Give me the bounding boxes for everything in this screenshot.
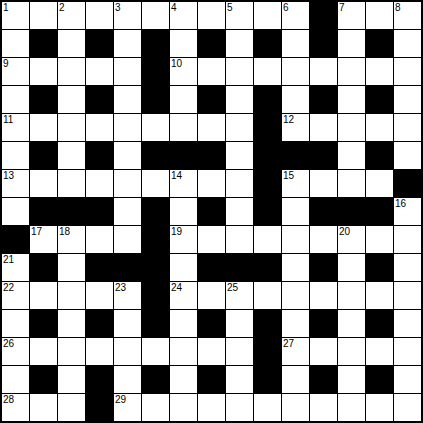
cell-r6c1[interactable] [30,170,57,197]
cell-r4c1[interactable] [30,114,57,141]
cell-r8c9[interactable] [254,226,281,253]
cell-r8c1[interactable]: 17 [30,226,57,253]
cell-r6c5[interactable] [142,170,169,197]
cell-r4c12[interactable] [338,114,365,141]
black-cell-r1c9 [254,30,281,57]
cell-r14c8[interactable] [226,394,253,421]
clue-number-28: 28 [3,394,14,405]
cell-r12c1[interactable] [30,338,57,365]
cell-r1c4[interactable] [114,30,141,57]
cell-r4c8[interactable] [226,114,253,141]
cell-r3c4[interactable] [114,86,141,113]
cell-r12c7[interactable] [198,338,225,365]
clue-number-4: 4 [171,2,177,13]
clue-number-25: 25 [227,282,238,293]
clue-number-27: 27 [283,338,294,349]
cell-r2c8[interactable] [226,58,253,85]
cell-r5c4[interactable] [114,142,141,169]
cell-r14c5[interactable] [142,394,169,421]
cell-r12c13[interactable] [366,338,393,365]
cell-r2c6[interactable]: 10 [170,58,197,85]
cell-r6c11[interactable] [310,170,337,197]
clue-number-3: 3 [115,2,121,13]
cell-r0c6[interactable]: 4 [170,2,197,29]
cell-r0c12[interactable]: 7 [338,2,365,29]
cell-r3c2[interactable] [58,86,85,113]
cell-r4c6[interactable] [170,114,197,141]
clue-number-6: 6 [283,2,289,13]
black-cell-r9c5 [142,254,169,281]
black-cell-r3c13 [366,86,393,113]
cell-r1c0[interactable] [2,30,29,57]
black-cell-r11c1 [30,310,57,337]
cell-r1c8[interactable] [226,30,253,57]
cell-r1c6[interactable] [170,30,197,57]
cell-r3c10[interactable] [282,86,309,113]
cell-r13c10[interactable] [282,366,309,393]
cell-r4c11[interactable] [310,114,337,141]
cell-r4c2[interactable] [58,114,85,141]
cell-r7c4[interactable] [114,198,141,225]
cell-r9c10[interactable] [282,254,309,281]
cell-r8c6[interactable]: 19 [170,226,197,253]
cell-r0c13[interactable] [366,2,393,29]
clue-number-2: 2 [59,2,65,13]
black-cell-r13c13 [366,366,393,393]
black-cell-r8c0 [2,226,29,253]
cell-r8c2[interactable]: 18 [58,226,85,253]
cell-r6c13[interactable] [366,170,393,197]
black-cell-r5c3 [86,142,113,169]
cell-r4c7[interactable] [198,114,225,141]
cell-r5c12[interactable] [338,142,365,169]
cell-r0c4[interactable]: 3 [114,2,141,29]
black-cell-r14c3 [86,394,113,421]
black-cell-r10c5 [142,282,169,309]
black-cell-r7c13 [366,198,393,225]
cell-r12c11[interactable] [310,338,337,365]
cell-r0c7[interactable] [198,2,225,29]
black-cell-r3c1 [30,86,57,113]
cell-r14c10[interactable] [282,394,309,421]
cell-r14c1[interactable] [30,394,57,421]
cell-r2c1[interactable] [30,58,57,85]
cell-r8c3[interactable] [86,226,113,253]
cell-r8c13[interactable] [366,226,393,253]
black-cell-r9c7 [198,254,225,281]
clue-number-8: 8 [395,2,401,13]
cell-r11c0[interactable] [2,310,29,337]
cell-r8c12[interactable]: 20 [338,226,365,253]
black-cell-r9c1 [30,254,57,281]
cell-r2c4[interactable] [114,58,141,85]
cell-r9c12[interactable] [338,254,365,281]
black-cell-r3c3 [86,86,113,113]
cell-r0c1[interactable] [30,2,57,29]
cell-r12c10[interactable]: 27 [282,338,309,365]
clue-number-21: 21 [3,254,14,265]
black-cell-r11c11 [310,310,337,337]
cell-r2c12[interactable] [338,58,365,85]
cell-r3c12[interactable] [338,86,365,113]
cell-r1c14[interactable] [394,30,421,57]
clue-number-20: 20 [339,226,350,237]
cell-r2c7[interactable] [198,58,225,85]
cell-r4c10[interactable]: 12 [282,114,309,141]
black-cell-r5c10 [282,142,309,169]
clue-number-24: 24 [171,282,182,293]
cell-r8c14[interactable] [394,226,421,253]
cell-r8c11[interactable] [310,226,337,253]
cell-r3c14[interactable] [394,86,421,113]
black-cell-r5c1 [30,142,57,169]
cell-r4c13[interactable] [366,114,393,141]
black-cell-r2c5 [142,58,169,85]
cell-r13c12[interactable] [338,366,365,393]
cell-r5c2[interactable] [58,142,85,169]
cell-r7c8[interactable] [226,198,253,225]
clue-number-11: 11 [3,114,13,125]
cell-r12c12[interactable] [338,338,365,365]
cell-r10c12[interactable] [338,282,365,309]
clue-number-17: 17 [31,226,42,237]
black-cell-r6c9 [254,170,281,197]
cell-r14c2[interactable] [58,394,85,421]
black-cell-r5c6 [170,142,197,169]
cell-r11c8[interactable] [226,310,253,337]
cell-r14c0[interactable]: 28 [2,394,29,421]
black-cell-r0c11 [310,2,337,29]
clue-number-29: 29 [115,394,126,405]
cell-r14c11[interactable] [310,394,337,421]
cell-r11c10[interactable] [282,310,309,337]
black-cell-r7c2 [58,198,85,225]
cell-r10c13[interactable] [366,282,393,309]
cell-r12c6[interactable] [170,338,197,365]
cell-r3c8[interactable] [226,86,253,113]
black-cell-r9c9 [254,254,281,281]
cell-r12c14[interactable] [394,338,421,365]
cell-r8c8[interactable] [226,226,253,253]
clue-number-13: 13 [3,170,14,181]
cell-r14c14[interactable] [394,394,421,421]
cell-r0c10[interactable]: 6 [282,2,309,29]
cell-r10c0[interactable]: 22 [2,282,29,309]
cell-r10c1[interactable] [30,282,57,309]
clue-number-9: 9 [3,58,9,69]
cell-r6c4[interactable] [114,170,141,197]
black-cell-r4c9 [254,114,281,141]
black-cell-r9c8 [226,254,253,281]
black-cell-r9c4 [114,254,141,281]
cell-r10c14[interactable] [394,282,421,309]
black-cell-r8c5 [142,226,169,253]
cell-r14c13[interactable] [366,394,393,421]
black-cell-r7c3 [86,198,113,225]
clue-number-12: 12 [283,114,294,125]
black-cell-r6c14 [394,170,421,197]
cell-r10c7[interactable] [198,282,225,309]
cell-r6c3[interactable] [86,170,113,197]
black-cell-r1c13 [366,30,393,57]
cell-r13c6[interactable] [170,366,197,393]
black-cell-r11c9 [254,310,281,337]
cell-r13c4[interactable] [114,366,141,393]
cell-r14c6[interactable] [170,394,197,421]
cell-r6c7[interactable] [198,170,225,197]
cell-r10c4[interactable]: 23 [114,282,141,309]
cell-r6c12[interactable] [338,170,365,197]
cell-r2c13[interactable] [366,58,393,85]
cell-r13c8[interactable] [226,366,253,393]
black-cell-r1c5 [142,30,169,57]
black-cell-r1c7 [198,30,225,57]
cell-r0c9[interactable] [254,2,281,29]
clue-number-22: 22 [3,282,14,293]
black-cell-r7c12 [338,198,365,225]
cell-r14c9[interactable] [254,394,281,421]
cell-r14c4[interactable]: 29 [114,394,141,421]
cell-r7c14[interactable]: 16 [394,198,421,225]
cell-r7c6[interactable] [170,198,197,225]
cell-r2c11[interactable] [310,58,337,85]
black-cell-r11c5 [142,310,169,337]
cell-r13c2[interactable] [58,366,85,393]
cell-r5c8[interactable] [226,142,253,169]
cell-r0c8[interactable]: 5 [226,2,253,29]
cell-r8c10[interactable] [282,226,309,253]
cell-r0c5[interactable] [142,2,169,29]
cell-r8c4[interactable] [114,226,141,253]
cell-r2c3[interactable] [86,58,113,85]
cell-r7c10[interactable] [282,198,309,225]
cell-r10c2[interactable] [58,282,85,309]
cell-r4c5[interactable] [142,114,169,141]
cell-r10c3[interactable] [86,282,113,309]
cell-r9c2[interactable] [58,254,85,281]
cell-r10c10[interactable] [282,282,309,309]
cell-r2c0[interactable]: 9 [2,58,29,85]
clue-number-10: 10 [171,58,182,69]
clue-number-23: 23 [115,282,126,293]
black-cell-r5c5 [142,142,169,169]
black-cell-r1c1 [30,30,57,57]
black-cell-r13c1 [30,366,57,393]
cell-r11c6[interactable] [170,310,197,337]
cell-r9c14[interactable] [394,254,421,281]
cell-r14c7[interactable] [198,394,225,421]
cell-r6c8[interactable] [226,170,253,197]
clue-number-16: 16 [395,198,406,209]
black-cell-r5c7 [198,142,225,169]
black-cell-r7c11 [310,198,337,225]
cell-r5c14[interactable] [394,142,421,169]
cell-r13c14[interactable] [394,366,421,393]
black-cell-r12c9 [254,338,281,365]
cell-r10c6[interactable]: 24 [170,282,197,309]
cell-r6c2[interactable] [58,170,85,197]
black-cell-r13c9 [254,366,281,393]
black-cell-r3c7 [198,86,225,113]
cell-r2c14[interactable] [394,58,421,85]
black-cell-r3c11 [310,86,337,113]
cell-r1c2[interactable] [58,30,85,57]
cell-r11c4[interactable] [114,310,141,337]
cell-r1c10[interactable] [282,30,309,57]
black-cell-r7c9 [254,198,281,225]
cell-r4c0[interactable]: 11 [2,114,29,141]
black-cell-r7c7 [198,198,225,225]
cell-r6c0[interactable]: 13 [2,170,29,197]
cell-r5c0[interactable] [2,142,29,169]
cell-r7c0[interactable] [2,198,29,225]
cell-r13c0[interactable] [2,366,29,393]
cell-r4c4[interactable] [114,114,141,141]
black-cell-r5c13 [366,142,393,169]
cell-r6c10[interactable]: 15 [282,170,309,197]
black-cell-r11c7 [198,310,225,337]
clue-number-1: 1 [3,2,9,13]
black-cell-r3c5 [142,86,169,113]
cell-r3c6[interactable] [170,86,197,113]
black-cell-r5c11 [310,142,337,169]
black-cell-r1c3 [86,30,113,57]
cell-r10c11[interactable] [310,282,337,309]
clue-number-5: 5 [227,2,233,13]
clue-number-14: 14 [171,170,182,181]
cell-r12c5[interactable] [142,338,169,365]
clue-number-7: 7 [339,2,345,13]
black-cell-r7c1 [30,198,57,225]
black-cell-r9c11 [310,254,337,281]
cell-r12c2[interactable] [58,338,85,365]
black-cell-r9c13 [366,254,393,281]
black-cell-r9c3 [86,254,113,281]
black-cell-r3c9 [254,86,281,113]
cell-r9c0[interactable]: 21 [2,254,29,281]
black-cell-r7c5 [142,198,169,225]
cell-r3c0[interactable] [2,86,29,113]
cell-r4c3[interactable] [86,114,113,141]
cell-r12c4[interactable] [114,338,141,365]
cell-r2c9[interactable] [254,58,281,85]
cell-r0c3[interactable] [86,2,113,29]
black-cell-r11c13 [366,310,393,337]
cell-r2c2[interactable] [58,58,85,85]
cell-r0c0[interactable]: 1 [2,2,29,29]
clue-number-18: 18 [59,226,70,237]
cell-r1c12[interactable] [338,30,365,57]
cell-r12c3[interactable] [86,338,113,365]
black-cell-r13c5 [142,366,169,393]
cell-r0c14[interactable]: 8 [394,2,421,29]
cell-r11c12[interactable] [338,310,365,337]
cell-r10c8[interactable]: 25 [226,282,253,309]
cell-r14c12[interactable] [338,394,365,421]
black-cell-r5c9 [254,142,281,169]
cell-r9c6[interactable] [170,254,197,281]
cell-r10c9[interactable] [254,282,281,309]
cell-r6c6[interactable]: 14 [170,170,197,197]
cell-r2c10[interactable] [282,58,309,85]
clue-number-19: 19 [171,226,182,237]
crossword-grid: 1234567891011121314151617181920212223242… [0,0,423,423]
cell-r0c2[interactable]: 2 [58,2,85,29]
cell-r12c0[interactable]: 26 [2,338,29,365]
clue-number-15: 15 [283,170,294,181]
black-cell-r1c11 [310,30,337,57]
black-cell-r13c7 [198,366,225,393]
black-cell-r13c11 [310,366,337,393]
cell-r11c14[interactable] [394,310,421,337]
black-cell-r13c3 [86,366,113,393]
clue-number-26: 26 [3,338,14,349]
cell-r12c8[interactable] [226,338,253,365]
cell-r11c2[interactable] [58,310,85,337]
cell-r8c7[interactable] [198,226,225,253]
black-cell-r11c3 [86,310,113,337]
cell-r4c14[interactable] [394,114,421,141]
